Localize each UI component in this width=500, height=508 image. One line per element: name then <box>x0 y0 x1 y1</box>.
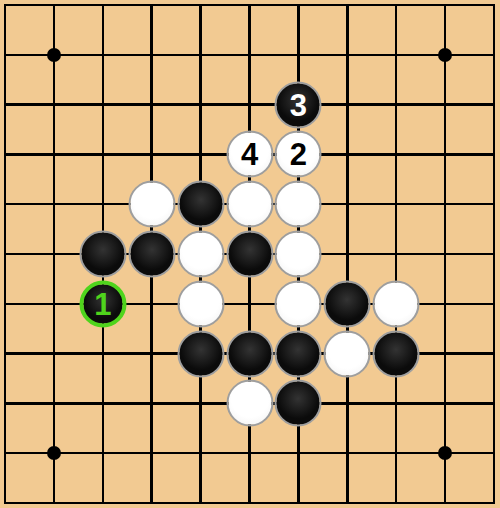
stone-white[interactable] <box>324 330 371 377</box>
stone-white[interactable] <box>275 231 322 278</box>
stone-black[interactable] <box>177 181 224 228</box>
grid-line-horizontal <box>4 452 496 455</box>
grid-line-horizontal <box>4 303 496 306</box>
stone-white[interactable]: 2 <box>275 131 322 178</box>
stone-black[interactable] <box>373 330 420 377</box>
stone-black[interactable] <box>324 280 371 327</box>
go-board[interactable]: 3421 <box>0 0 500 508</box>
stone-white[interactable] <box>177 280 224 327</box>
stone-black[interactable] <box>128 231 175 278</box>
move-number-label: 3 <box>290 89 307 120</box>
stone-white[interactable] <box>177 231 224 278</box>
stone-black[interactable] <box>177 330 224 377</box>
stone-white[interactable] <box>275 181 322 228</box>
move-number-label: 4 <box>241 139 258 170</box>
stone-white[interactable] <box>226 181 273 228</box>
star-point <box>47 48 61 62</box>
stone-black[interactable] <box>226 330 273 377</box>
stone-black[interactable] <box>275 380 322 427</box>
grid-line-horizontal <box>4 103 496 106</box>
stone-white[interactable]: 4 <box>226 131 273 178</box>
grid-line-horizontal <box>4 4 496 7</box>
stone-black[interactable] <box>79 231 126 278</box>
stone-white[interactable] <box>373 280 420 327</box>
stone-white[interactable] <box>128 181 175 228</box>
stone-black[interactable] <box>275 330 322 377</box>
grid-line-horizontal <box>4 54 496 57</box>
move-number-label: 1 <box>94 288 111 319</box>
star-point <box>438 446 452 460</box>
stone-black[interactable]: 1 <box>79 280 126 327</box>
stone-white[interactable] <box>275 280 322 327</box>
stone-black[interactable] <box>226 231 273 278</box>
grid-line-horizontal <box>4 502 496 505</box>
star-point <box>47 446 61 460</box>
star-point <box>438 48 452 62</box>
stone-black[interactable]: 3 <box>275 81 322 128</box>
stone-white[interactable] <box>226 380 273 427</box>
move-number-label: 2 <box>290 139 307 170</box>
